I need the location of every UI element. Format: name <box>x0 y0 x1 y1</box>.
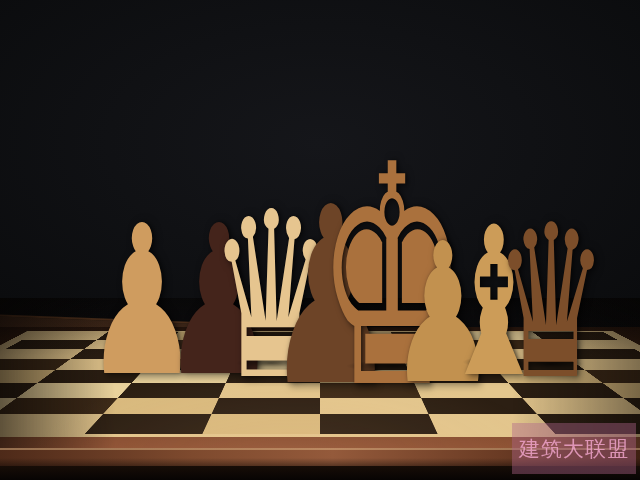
photo-frame: ♟♟♛♟♚♟♝♛ 建筑大联盟 <box>0 0 640 480</box>
watermark: 建筑大联盟 <box>512 423 636 474</box>
pieces-layer: ♟♟♛♟♚♟♝♛ <box>0 0 640 480</box>
piece-dark-queen-8: ♛ <box>494 197 608 409</box>
